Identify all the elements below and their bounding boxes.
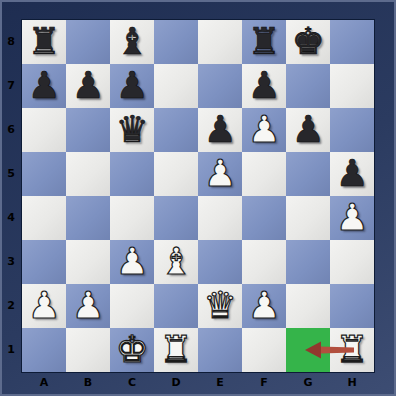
square-h6[interactable] xyxy=(330,108,374,152)
square-e1[interactable] xyxy=(198,328,242,372)
square-g4[interactable] xyxy=(286,196,330,240)
square-a1[interactable] xyxy=(22,328,66,372)
square-e8[interactable] xyxy=(198,20,242,64)
square-g8[interactable]: ♚ xyxy=(286,20,330,64)
square-e2[interactable]: ♛ xyxy=(198,284,242,328)
square-c4[interactable] xyxy=(110,196,154,240)
piece-black-pawn[interactable]: ♟ xyxy=(286,108,330,152)
square-g2[interactable] xyxy=(286,284,330,328)
square-a8[interactable]: ♜ xyxy=(22,20,66,64)
square-c2[interactable] xyxy=(110,284,154,328)
square-h4[interactable]: ♟ xyxy=(330,196,374,240)
piece-white-pawn[interactable]: ♟ xyxy=(22,284,66,328)
square-a4[interactable] xyxy=(22,196,66,240)
rank-label-6: 6 xyxy=(0,108,22,152)
piece-white-pawn[interactable]: ♟ xyxy=(242,284,286,328)
piece-black-rook[interactable]: ♜ xyxy=(22,20,66,64)
square-d4[interactable] xyxy=(154,196,198,240)
square-b8[interactable] xyxy=(66,20,110,64)
chessboard: ♜♝♜♚♟♟♟♟♛♟♟♟♟♟♟♟♝♟♟♛♟♚♜♜ xyxy=(22,20,374,372)
piece-black-pawn[interactable]: ♟ xyxy=(22,64,66,108)
square-b1[interactable] xyxy=(66,328,110,372)
piece-black-pawn[interactable]: ♟ xyxy=(242,64,286,108)
piece-black-rook[interactable]: ♜ xyxy=(242,20,286,64)
square-e5[interactable]: ♟ xyxy=(198,152,242,196)
file-label-a: A xyxy=(22,372,66,396)
square-a5[interactable] xyxy=(22,152,66,196)
rank-label-8: 8 xyxy=(0,20,22,64)
square-h8[interactable] xyxy=(330,20,374,64)
square-b7[interactable]: ♟ xyxy=(66,64,110,108)
square-f6[interactable]: ♟ xyxy=(242,108,286,152)
piece-white-rook[interactable]: ♜ xyxy=(154,328,198,372)
square-g6[interactable]: ♟ xyxy=(286,108,330,152)
square-a2[interactable]: ♟ xyxy=(22,284,66,328)
piece-black-king[interactable]: ♚ xyxy=(286,20,330,64)
piece-black-bishop[interactable]: ♝ xyxy=(110,20,154,64)
square-f1[interactable] xyxy=(242,328,286,372)
square-b3[interactable] xyxy=(66,240,110,284)
square-a7[interactable]: ♟ xyxy=(22,64,66,108)
chessboard-frame: ♜♝♜♚♟♟♟♟♛♟♟♟♟♟♟♟♝♟♟♛♟♚♜♜ 87654321ABCDEFG… xyxy=(0,0,396,396)
square-c6[interactable]: ♛ xyxy=(110,108,154,152)
piece-white-king[interactable]: ♚ xyxy=(110,328,154,372)
square-c8[interactable]: ♝ xyxy=(110,20,154,64)
square-h5[interactable]: ♟ xyxy=(330,152,374,196)
rank-label-5: 5 xyxy=(0,152,22,196)
square-c1[interactable]: ♚ xyxy=(110,328,154,372)
square-d6[interactable] xyxy=(154,108,198,152)
file-label-g: G xyxy=(286,372,330,396)
square-d1[interactable]: ♜ xyxy=(154,328,198,372)
square-c3[interactable]: ♟ xyxy=(110,240,154,284)
file-label-b: B xyxy=(66,372,110,396)
square-e4[interactable] xyxy=(198,196,242,240)
square-b2[interactable]: ♟ xyxy=(66,284,110,328)
rank-label-2: 2 xyxy=(0,284,22,328)
piece-black-queen[interactable]: ♛ xyxy=(110,108,154,152)
square-g5[interactable] xyxy=(286,152,330,196)
file-label-d: D xyxy=(154,372,198,396)
piece-white-pawn[interactable]: ♟ xyxy=(330,196,374,240)
square-d2[interactable] xyxy=(154,284,198,328)
square-d8[interactable] xyxy=(154,20,198,64)
file-label-f: F xyxy=(242,372,286,396)
piece-white-pawn[interactable]: ♟ xyxy=(110,240,154,284)
square-f8[interactable]: ♜ xyxy=(242,20,286,64)
rank-label-1: 1 xyxy=(0,328,22,372)
square-g3[interactable] xyxy=(286,240,330,284)
file-label-h: H xyxy=(330,372,374,396)
piece-white-pawn[interactable]: ♟ xyxy=(242,108,286,152)
piece-white-bishop[interactable]: ♝ xyxy=(154,240,198,284)
piece-black-pawn[interactable]: ♟ xyxy=(198,108,242,152)
rank-label-3: 3 xyxy=(0,240,22,284)
square-c5[interactable] xyxy=(110,152,154,196)
square-f2[interactable]: ♟ xyxy=(242,284,286,328)
square-f5[interactable] xyxy=(242,152,286,196)
square-d7[interactable] xyxy=(154,64,198,108)
rank-label-4: 4 xyxy=(0,196,22,240)
square-h7[interactable] xyxy=(330,64,374,108)
piece-white-rook[interactable]: ♜ xyxy=(330,328,374,372)
piece-white-queen[interactable]: ♛ xyxy=(198,284,242,328)
rank-label-7: 7 xyxy=(0,64,22,108)
square-a3[interactable] xyxy=(22,240,66,284)
square-g1[interactable] xyxy=(286,328,330,372)
square-g7[interactable] xyxy=(286,64,330,108)
square-c7[interactable]: ♟ xyxy=(110,64,154,108)
square-e7[interactable] xyxy=(198,64,242,108)
square-d5[interactable] xyxy=(154,152,198,196)
piece-black-pawn[interactable]: ♟ xyxy=(110,64,154,108)
square-f3[interactable] xyxy=(242,240,286,284)
square-a6[interactable] xyxy=(22,108,66,152)
piece-white-pawn[interactable]: ♟ xyxy=(66,284,110,328)
square-d3[interactable]: ♝ xyxy=(154,240,198,284)
square-h1[interactable]: ♜ xyxy=(330,328,374,372)
square-e3[interactable] xyxy=(198,240,242,284)
square-h2[interactable] xyxy=(330,284,374,328)
file-label-e: E xyxy=(198,372,242,396)
file-label-c: C xyxy=(110,372,154,396)
piece-black-pawn[interactable]: ♟ xyxy=(66,64,110,108)
piece-black-pawn[interactable]: ♟ xyxy=(330,152,374,196)
square-h3[interactable] xyxy=(330,240,374,284)
square-b6[interactable] xyxy=(66,108,110,152)
square-b4[interactable] xyxy=(66,196,110,240)
square-f4[interactable] xyxy=(242,196,286,240)
square-f7[interactable]: ♟ xyxy=(242,64,286,108)
square-e6[interactable]: ♟ xyxy=(198,108,242,152)
piece-white-pawn[interactable]: ♟ xyxy=(198,152,242,196)
square-b5[interactable] xyxy=(66,152,110,196)
